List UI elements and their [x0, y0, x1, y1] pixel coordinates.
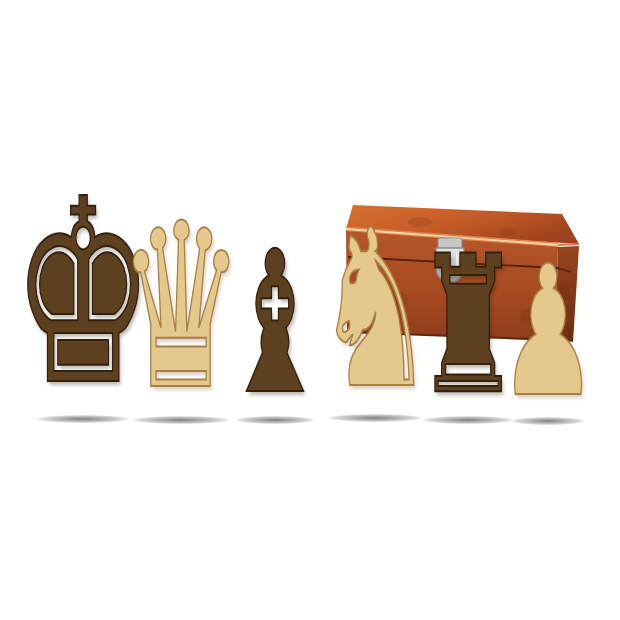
product-photo-scene: ♚ ♛ ♝ ♞ ♜ ♟: [0, 0, 620, 620]
piece-pawn-light: ♟: [455, 242, 620, 422]
